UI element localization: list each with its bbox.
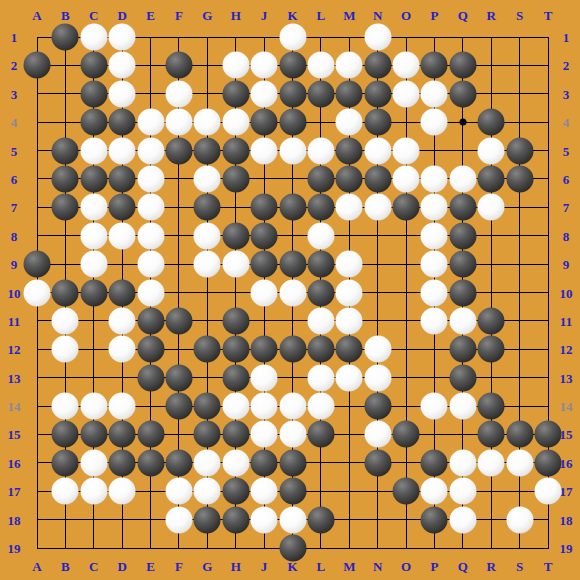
white-stone xyxy=(336,194,363,221)
grid-line-vertical xyxy=(406,37,407,549)
bottom-column-label: O xyxy=(401,560,411,573)
white-stone xyxy=(336,52,363,79)
white-stone xyxy=(137,109,164,136)
white-stone xyxy=(307,137,334,164)
black-stone xyxy=(478,307,505,334)
black-stone xyxy=(393,478,420,505)
white-stone xyxy=(393,165,420,192)
white-stone xyxy=(194,478,221,505)
top-column-label: B xyxy=(61,9,70,22)
left-row-label: 9 xyxy=(11,258,18,271)
black-stone xyxy=(251,449,278,476)
black-stone xyxy=(336,80,363,107)
bottom-column-label: N xyxy=(373,560,382,573)
left-row-label: 13 xyxy=(8,371,21,384)
black-stone xyxy=(52,165,79,192)
white-stone xyxy=(109,478,136,505)
black-stone xyxy=(506,137,533,164)
white-stone xyxy=(336,109,363,136)
black-stone xyxy=(24,251,51,278)
black-stone xyxy=(307,194,334,221)
white-stone xyxy=(137,137,164,164)
right-row-label: 8 xyxy=(563,229,570,242)
black-stone xyxy=(421,506,448,533)
black-stone xyxy=(222,222,249,249)
white-stone xyxy=(393,137,420,164)
white-stone xyxy=(449,478,476,505)
black-stone xyxy=(109,194,136,221)
white-stone xyxy=(449,393,476,420)
white-stone xyxy=(535,478,562,505)
black-stone xyxy=(449,336,476,363)
black-stone xyxy=(336,165,363,192)
black-stone xyxy=(24,52,51,79)
white-stone xyxy=(194,251,221,278)
white-stone xyxy=(109,52,136,79)
black-stone xyxy=(109,165,136,192)
bottom-column-label: S xyxy=(516,560,523,573)
black-stone xyxy=(137,364,164,391)
left-row-label: 5 xyxy=(11,144,18,157)
bottom-column-label: H xyxy=(231,560,241,573)
white-stone xyxy=(80,251,107,278)
bottom-column-label: D xyxy=(117,560,126,573)
black-stone xyxy=(222,506,249,533)
white-stone xyxy=(165,478,192,505)
black-stone xyxy=(364,52,391,79)
black-stone xyxy=(393,194,420,221)
white-stone xyxy=(307,393,334,420)
left-row-label: 4 xyxy=(11,116,18,129)
black-stone xyxy=(222,478,249,505)
black-stone xyxy=(52,194,79,221)
white-stone xyxy=(137,222,164,249)
top-column-label: Q xyxy=(458,9,468,22)
top-column-label: A xyxy=(32,9,41,22)
white-stone xyxy=(449,449,476,476)
black-stone xyxy=(137,336,164,363)
white-stone xyxy=(137,194,164,221)
black-stone xyxy=(364,80,391,107)
black-stone xyxy=(307,421,334,448)
black-stone xyxy=(307,506,334,533)
white-stone xyxy=(251,80,278,107)
top-column-label: F xyxy=(175,9,183,22)
white-stone xyxy=(279,279,306,306)
right-row-label: 10 xyxy=(560,286,573,299)
black-stone xyxy=(449,364,476,391)
black-stone xyxy=(478,165,505,192)
black-stone xyxy=(80,279,107,306)
bottom-column-label: R xyxy=(487,560,496,573)
bottom-column-label: B xyxy=(61,560,70,573)
black-stone xyxy=(279,251,306,278)
black-stone xyxy=(478,109,505,136)
black-stone xyxy=(307,279,334,306)
black-stone xyxy=(80,80,107,107)
white-stone xyxy=(165,506,192,533)
black-stone xyxy=(279,109,306,136)
left-row-label: 18 xyxy=(8,513,21,526)
star-point xyxy=(459,119,466,126)
left-row-label: 17 xyxy=(8,485,21,498)
bottom-column-label: C xyxy=(89,560,98,573)
black-stone xyxy=(449,80,476,107)
black-stone xyxy=(222,80,249,107)
black-stone xyxy=(279,52,306,79)
white-stone xyxy=(52,336,79,363)
top-column-label: N xyxy=(373,9,382,22)
black-stone xyxy=(80,421,107,448)
white-stone xyxy=(478,449,505,476)
go-board-screenshot: AABBCCDDEEFFGGHHJJKKLLMMNNOOPPQQRRSSTT11… xyxy=(0,0,580,580)
black-stone xyxy=(194,393,221,420)
right-row-label: 13 xyxy=(560,371,573,384)
black-stone xyxy=(251,109,278,136)
black-stone xyxy=(52,137,79,164)
white-stone xyxy=(279,137,306,164)
black-stone xyxy=(165,307,192,334)
top-column-label: D xyxy=(117,9,126,22)
top-column-label: T xyxy=(544,9,553,22)
white-stone xyxy=(80,393,107,420)
white-stone xyxy=(251,279,278,306)
white-stone xyxy=(336,364,363,391)
black-stone xyxy=(307,336,334,363)
white-stone xyxy=(364,194,391,221)
black-stone xyxy=(364,109,391,136)
white-stone xyxy=(364,336,391,363)
white-stone xyxy=(393,52,420,79)
black-stone xyxy=(307,80,334,107)
white-stone xyxy=(251,364,278,391)
top-column-label: H xyxy=(231,9,241,22)
black-stone xyxy=(279,535,306,562)
black-stone xyxy=(52,421,79,448)
white-stone xyxy=(393,80,420,107)
black-stone xyxy=(80,52,107,79)
white-stone xyxy=(80,137,107,164)
black-stone xyxy=(222,336,249,363)
white-stone xyxy=(80,24,107,51)
black-stone xyxy=(336,336,363,363)
white-stone xyxy=(421,307,448,334)
white-stone xyxy=(251,137,278,164)
black-stone xyxy=(137,449,164,476)
black-stone xyxy=(165,449,192,476)
right-row-label: 19 xyxy=(560,542,573,555)
white-stone xyxy=(251,421,278,448)
white-stone xyxy=(421,194,448,221)
black-stone xyxy=(52,449,79,476)
black-stone xyxy=(194,137,221,164)
black-stone xyxy=(194,506,221,533)
bottom-column-label: G xyxy=(202,560,212,573)
top-column-label: P xyxy=(430,9,438,22)
white-stone xyxy=(364,137,391,164)
white-stone xyxy=(279,24,306,51)
white-stone xyxy=(336,307,363,334)
white-stone xyxy=(478,137,505,164)
white-stone xyxy=(165,80,192,107)
white-stone xyxy=(137,165,164,192)
white-stone xyxy=(279,393,306,420)
bottom-column-label: M xyxy=(343,560,355,573)
white-stone xyxy=(109,80,136,107)
white-stone xyxy=(307,364,334,391)
bottom-column-label: P xyxy=(430,560,438,573)
top-column-label: K xyxy=(287,9,297,22)
white-stone xyxy=(109,222,136,249)
white-stone xyxy=(80,478,107,505)
black-stone xyxy=(364,449,391,476)
white-stone xyxy=(421,165,448,192)
black-stone xyxy=(194,421,221,448)
white-stone xyxy=(421,222,448,249)
bottom-column-label: F xyxy=(175,560,183,573)
black-stone xyxy=(449,222,476,249)
white-stone xyxy=(506,506,533,533)
white-stone xyxy=(194,109,221,136)
black-stone xyxy=(535,449,562,476)
right-row-label: 12 xyxy=(560,343,573,356)
black-stone xyxy=(137,421,164,448)
white-stone xyxy=(449,165,476,192)
white-stone xyxy=(109,336,136,363)
black-stone xyxy=(336,137,363,164)
black-stone xyxy=(449,279,476,306)
white-stone xyxy=(251,478,278,505)
black-stone xyxy=(535,421,562,448)
left-row-label: 8 xyxy=(11,229,18,242)
white-stone xyxy=(421,279,448,306)
black-stone xyxy=(222,364,249,391)
right-row-label: 1 xyxy=(563,31,570,44)
left-row-label: 11 xyxy=(8,314,20,327)
white-stone xyxy=(336,251,363,278)
black-stone xyxy=(80,165,107,192)
left-row-label: 12 xyxy=(8,343,21,356)
white-stone xyxy=(194,165,221,192)
white-stone xyxy=(222,393,249,420)
top-column-label: C xyxy=(89,9,98,22)
white-stone xyxy=(506,449,533,476)
white-stone xyxy=(251,506,278,533)
right-row-label: 9 xyxy=(563,258,570,271)
left-row-label: 19 xyxy=(8,542,21,555)
black-stone xyxy=(251,194,278,221)
white-stone xyxy=(336,279,363,306)
black-stone xyxy=(165,364,192,391)
white-stone xyxy=(80,194,107,221)
left-row-label: 3 xyxy=(11,87,18,100)
black-stone xyxy=(80,109,107,136)
black-stone xyxy=(279,80,306,107)
black-stone xyxy=(109,449,136,476)
black-stone xyxy=(421,52,448,79)
white-stone xyxy=(478,194,505,221)
black-stone xyxy=(222,307,249,334)
white-stone xyxy=(109,307,136,334)
white-stone xyxy=(109,137,136,164)
top-column-label: G xyxy=(202,9,212,22)
white-stone xyxy=(307,307,334,334)
black-stone xyxy=(364,165,391,192)
black-stone xyxy=(478,336,505,363)
right-row-label: 18 xyxy=(560,513,573,526)
black-stone xyxy=(506,421,533,448)
white-stone xyxy=(307,52,334,79)
black-stone xyxy=(393,421,420,448)
white-stone xyxy=(421,393,448,420)
black-stone xyxy=(279,478,306,505)
black-stone xyxy=(279,449,306,476)
white-stone xyxy=(52,393,79,420)
white-stone xyxy=(421,80,448,107)
black-stone xyxy=(165,137,192,164)
black-stone xyxy=(194,336,221,363)
right-row-label: 5 xyxy=(563,144,570,157)
top-column-label: R xyxy=(487,9,496,22)
black-stone xyxy=(222,421,249,448)
top-column-label: E xyxy=(146,9,155,22)
right-row-label: 3 xyxy=(563,87,570,100)
top-column-label: S xyxy=(516,9,523,22)
right-row-label: 2 xyxy=(563,59,570,72)
left-row-label: 10 xyxy=(8,286,21,299)
right-row-label: 14 xyxy=(560,400,573,413)
white-stone xyxy=(251,393,278,420)
bottom-column-label: L xyxy=(317,560,326,573)
white-stone xyxy=(251,52,278,79)
black-stone xyxy=(478,393,505,420)
bottom-column-label: T xyxy=(544,560,553,573)
white-stone xyxy=(80,449,107,476)
bottom-column-label: E xyxy=(146,560,155,573)
top-column-label: J xyxy=(261,9,268,22)
black-stone xyxy=(137,307,164,334)
white-stone xyxy=(222,109,249,136)
left-row-label: 6 xyxy=(11,172,18,185)
white-stone xyxy=(364,24,391,51)
bottom-column-label: Q xyxy=(458,560,468,573)
white-stone xyxy=(80,222,107,249)
white-stone xyxy=(222,251,249,278)
black-stone xyxy=(279,194,306,221)
black-stone xyxy=(109,109,136,136)
black-stone xyxy=(52,24,79,51)
black-stone xyxy=(165,393,192,420)
white-stone xyxy=(24,279,51,306)
white-stone xyxy=(364,421,391,448)
left-row-label: 1 xyxy=(11,31,18,44)
black-stone xyxy=(165,52,192,79)
black-stone xyxy=(109,421,136,448)
right-row-label: 7 xyxy=(563,201,570,214)
white-stone xyxy=(165,109,192,136)
white-stone xyxy=(137,279,164,306)
top-column-label: L xyxy=(317,9,326,22)
white-stone xyxy=(279,506,306,533)
right-row-label: 6 xyxy=(563,172,570,185)
black-stone xyxy=(449,52,476,79)
white-stone xyxy=(307,222,334,249)
white-stone xyxy=(421,109,448,136)
black-stone xyxy=(478,421,505,448)
white-stone xyxy=(137,251,164,278)
black-stone xyxy=(251,336,278,363)
white-stone xyxy=(364,364,391,391)
white-stone xyxy=(109,393,136,420)
black-stone xyxy=(109,279,136,306)
left-row-label: 14 xyxy=(8,400,21,413)
black-stone xyxy=(307,165,334,192)
black-stone xyxy=(194,194,221,221)
top-column-label: O xyxy=(401,9,411,22)
white-stone xyxy=(421,478,448,505)
right-row-label: 11 xyxy=(560,314,572,327)
black-stone xyxy=(449,194,476,221)
black-stone xyxy=(251,251,278,278)
left-row-label: 7 xyxy=(11,201,18,214)
bottom-column-label: A xyxy=(32,560,41,573)
white-stone xyxy=(279,421,306,448)
white-stone xyxy=(421,251,448,278)
white-stone xyxy=(194,222,221,249)
black-stone xyxy=(279,336,306,363)
black-stone xyxy=(449,251,476,278)
white-stone xyxy=(52,478,79,505)
white-stone xyxy=(449,506,476,533)
black-stone xyxy=(251,222,278,249)
white-stone xyxy=(194,449,221,476)
black-stone xyxy=(506,165,533,192)
white-stone xyxy=(109,24,136,51)
white-stone xyxy=(449,307,476,334)
white-stone xyxy=(52,307,79,334)
top-column-label: M xyxy=(343,9,355,22)
black-stone xyxy=(222,137,249,164)
black-stone xyxy=(307,251,334,278)
black-stone xyxy=(52,279,79,306)
white-stone xyxy=(222,52,249,79)
bottom-column-label: J xyxy=(261,560,268,573)
left-row-label: 2 xyxy=(11,59,18,72)
black-stone xyxy=(222,165,249,192)
white-stone xyxy=(222,449,249,476)
left-row-label: 15 xyxy=(8,428,21,441)
black-stone xyxy=(364,393,391,420)
left-row-label: 16 xyxy=(8,456,21,469)
black-stone xyxy=(421,449,448,476)
right-row-label: 4 xyxy=(563,116,570,129)
